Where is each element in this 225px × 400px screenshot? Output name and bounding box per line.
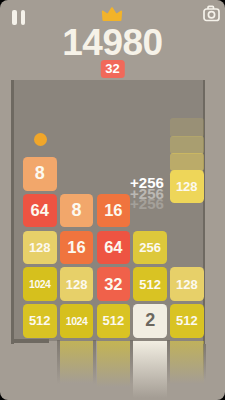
floor-reflection (97, 341, 131, 387)
tile-128: 128 (60, 267, 94, 301)
game-screen: 14980 32 128 864816128166425610241283251… (0, 0, 225, 400)
board-grid[interactable]: 8648161281664256102412832512128512102451… (23, 157, 204, 338)
tile-16: 16 (97, 194, 131, 228)
board-floor-corner (11, 339, 49, 344)
floor-gap-shadow (167, 340, 170, 384)
tile-64: 64 (23, 194, 57, 228)
tile-16: 16 (60, 231, 94, 265)
tile-512: 512 (97, 304, 131, 338)
falling-tile-trail (170, 136, 204, 154)
tile-2: 2 (133, 304, 167, 338)
empty-cell (170, 194, 204, 228)
tile-512: 512 (133, 267, 167, 301)
tile-128: 128 (170, 267, 204, 301)
camera-button[interactable] (202, 5, 221, 22)
tile-512: 512 (170, 304, 204, 338)
floor-reflection (60, 341, 94, 383)
floor-gap-shadow (57, 340, 60, 384)
empty-cell (170, 231, 204, 265)
drop-indicator-dot (34, 133, 47, 146)
floor-gap-shadow (93, 340, 96, 384)
board-left-wall (11, 80, 14, 344)
tile-8: 8 (23, 157, 57, 191)
tile-1024: 1024 (60, 304, 94, 338)
tile-1024: 1024 (23, 267, 57, 301)
empty-cell (97, 157, 131, 191)
floor-gap-shadow (130, 340, 133, 384)
tile-32: 32 (97, 267, 131, 301)
next-tile-badge: 32 (100, 60, 124, 78)
floor-reflection (170, 341, 204, 384)
falling-tile-trail (170, 118, 204, 137)
tile-64: 64 (97, 231, 131, 265)
score-value: 14980 (0, 23, 225, 62)
tile-128: 128 (23, 231, 57, 265)
tile-256: 256 (133, 231, 167, 265)
empty-cell (60, 157, 94, 191)
floor-reflection (133, 341, 167, 398)
empty-cell (170, 157, 204, 191)
tile-8: 8 (60, 194, 94, 228)
floor-gap-shadow (203, 344, 206, 380)
tile-512: 512 (23, 304, 57, 338)
floating-score-ghost: +256 (130, 197, 164, 210)
